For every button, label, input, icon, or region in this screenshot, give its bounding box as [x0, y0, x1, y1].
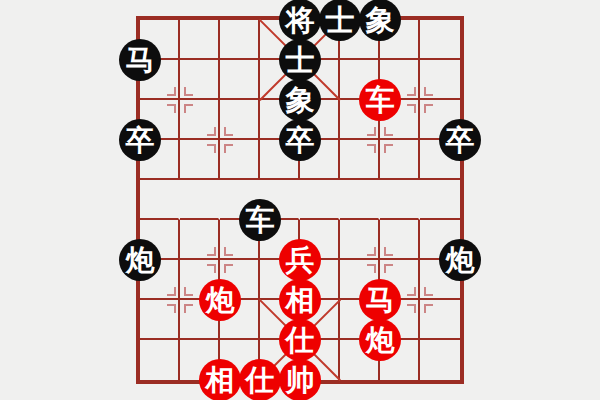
- point-marker: [367, 247, 393, 273]
- piece-red-horse[interactable]: 马: [359, 279, 401, 321]
- piece-black-advisor[interactable]: 士: [279, 39, 321, 81]
- board-cell[interactable]: [420, 20, 460, 60]
- piece-red-advisor[interactable]: 仕: [279, 319, 321, 361]
- piece-black-soldier[interactable]: 卒: [439, 119, 481, 161]
- point-marker: [167, 287, 193, 313]
- board-cell[interactable]: [420, 180, 460, 220]
- board-cell[interactable]: [220, 20, 260, 60]
- board-cell[interactable]: [180, 180, 220, 220]
- piece-black-soldier[interactable]: 卒: [279, 119, 321, 161]
- xiangqi-board[interactable]: 将士象马士象车卒卒卒车炮兵炮炮相马仕炮相仕帅: [136, 16, 464, 384]
- piece-black-cannon[interactable]: 炮: [439, 239, 481, 281]
- piece-black-soldier[interactable]: 卒: [119, 119, 161, 161]
- point-marker: [207, 247, 233, 273]
- piece-black-cannon[interactable]: 炮: [119, 239, 161, 281]
- board-cell[interactable]: [340, 180, 380, 220]
- piece-red-chariot[interactable]: 车: [359, 79, 401, 121]
- board-cell[interactable]: [140, 180, 180, 220]
- board-cell[interactable]: [300, 180, 340, 220]
- piece-black-chariot[interactable]: 车: [239, 199, 281, 241]
- xiangqi-app: 将士象马士象车卒卒卒车炮兵炮炮相马仕炮相仕帅: [0, 0, 600, 400]
- piece-red-elephant[interactable]: 相: [279, 279, 321, 321]
- piece-red-general[interactable]: 帅: [279, 359, 321, 400]
- board-cell[interactable]: [220, 60, 260, 100]
- piece-red-soldier[interactable]: 兵: [279, 239, 321, 281]
- point-marker: [367, 127, 393, 153]
- point-marker: [207, 127, 233, 153]
- piece-black-advisor[interactable]: 士: [319, 0, 361, 41]
- piece-black-horse[interactable]: 马: [119, 39, 161, 81]
- piece-black-general[interactable]: 将: [279, 0, 321, 41]
- piece-red-elephant[interactable]: 相: [199, 359, 241, 400]
- piece-red-cannon[interactable]: 炮: [199, 279, 241, 321]
- point-marker: [407, 87, 433, 113]
- board-cell[interactable]: [140, 340, 180, 380]
- piece-red-cannon[interactable]: 炮: [359, 319, 401, 361]
- point-marker: [407, 287, 433, 313]
- piece-black-elephant[interactable]: 象: [279, 79, 321, 121]
- board-cell[interactable]: [380, 180, 420, 220]
- piece-black-elephant[interactable]: 象: [359, 0, 401, 41]
- board-cell[interactable]: [420, 340, 460, 380]
- board-cell[interactable]: [180, 20, 220, 60]
- point-marker: [167, 87, 193, 113]
- piece-red-advisor[interactable]: 仕: [239, 359, 281, 400]
